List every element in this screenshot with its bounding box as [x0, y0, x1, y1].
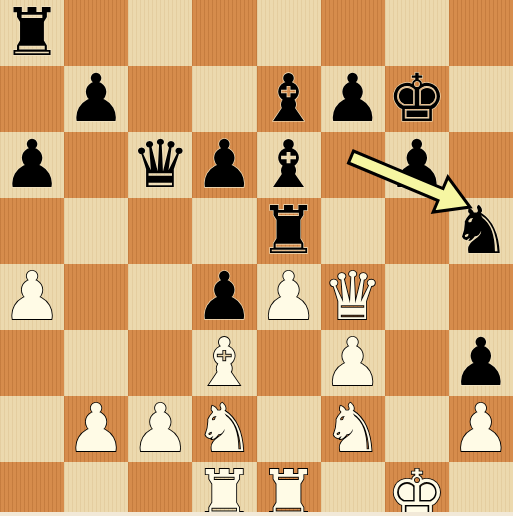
square-f1[interactable] — [321, 462, 385, 516]
square-a4[interactable]: ♟ — [0, 264, 64, 330]
square-d2[interactable]: ♞ — [192, 396, 256, 462]
square-g1[interactable]: ♚ — [385, 462, 449, 516]
square-c7[interactable] — [128, 66, 192, 132]
square-g8[interactable] — [385, 0, 449, 66]
square-e1[interactable]: ♜ — [257, 462, 321, 516]
black-king-g7: ♚ — [387, 66, 446, 132]
square-a8[interactable]: ♜ — [0, 0, 64, 66]
square-e2[interactable] — [257, 396, 321, 462]
square-g2[interactable] — [385, 396, 449, 462]
square-e8[interactable] — [257, 0, 321, 66]
square-b1[interactable] — [64, 462, 128, 516]
square-b3[interactable] — [64, 330, 128, 396]
square-a7[interactable] — [0, 66, 64, 132]
square-c4[interactable] — [128, 264, 192, 330]
square-a3[interactable] — [0, 330, 64, 396]
square-f4[interactable]: ♛ — [321, 264, 385, 330]
white-pawn-h2: ♟ — [451, 396, 510, 462]
square-f7[interactable]: ♟ — [321, 66, 385, 132]
square-g4[interactable] — [385, 264, 449, 330]
square-g5[interactable] — [385, 198, 449, 264]
square-b4[interactable] — [64, 264, 128, 330]
square-g7[interactable]: ♚ — [385, 66, 449, 132]
square-d6[interactable]: ♟ — [192, 132, 256, 198]
black-queen-c6: ♛ — [131, 132, 190, 198]
black-bishop-e7: ♝ — [259, 66, 318, 132]
black-pawn-d6: ♟ — [195, 132, 254, 198]
square-d4[interactable]: ♟ — [192, 264, 256, 330]
square-g6[interactable]: ♟ — [385, 132, 449, 198]
white-knight-d2: ♞ — [195, 396, 254, 462]
black-pawn-g6: ♟ — [387, 132, 446, 198]
white-rook-d1: ♜ — [195, 462, 254, 516]
square-b5[interactable] — [64, 198, 128, 264]
white-king-g1: ♚ — [387, 462, 446, 516]
white-pawn-f3: ♟ — [323, 330, 382, 396]
square-b8[interactable] — [64, 0, 128, 66]
square-g3[interactable] — [385, 330, 449, 396]
black-pawn-h3: ♟ — [451, 330, 510, 396]
square-h7[interactable] — [449, 66, 513, 132]
black-pawn-a6: ♟ — [2, 132, 61, 198]
square-c1[interactable] — [128, 462, 192, 516]
square-d5[interactable] — [192, 198, 256, 264]
square-c5[interactable] — [128, 198, 192, 264]
board-bottom-edge — [0, 512, 513, 516]
white-queen-f4: ♛ — [323, 264, 382, 330]
square-c3[interactable] — [128, 330, 192, 396]
white-pawn-e4: ♟ — [259, 264, 318, 330]
white-bishop-d3: ♝ — [195, 330, 254, 396]
square-e4[interactable]: ♟ — [257, 264, 321, 330]
square-h3[interactable]: ♟ — [449, 330, 513, 396]
square-a5[interactable] — [0, 198, 64, 264]
square-h1[interactable] — [449, 462, 513, 516]
square-f2[interactable]: ♞ — [321, 396, 385, 462]
square-e7[interactable]: ♝ — [257, 66, 321, 132]
square-d3[interactable]: ♝ — [192, 330, 256, 396]
black-knight-h5: ♞ — [451, 198, 510, 264]
square-e3[interactable] — [257, 330, 321, 396]
square-a6[interactable]: ♟ — [0, 132, 64, 198]
black-pawn-f7: ♟ — [323, 66, 382, 132]
square-d8[interactable] — [192, 0, 256, 66]
white-pawn-b2: ♟ — [67, 396, 126, 462]
square-c8[interactable] — [128, 0, 192, 66]
square-f5[interactable] — [321, 198, 385, 264]
square-b2[interactable]: ♟ — [64, 396, 128, 462]
square-a1[interactable] — [0, 462, 64, 516]
square-a2[interactable] — [0, 396, 64, 462]
square-b7[interactable]: ♟ — [64, 66, 128, 132]
square-h4[interactable] — [449, 264, 513, 330]
black-pawn-d4: ♟ — [195, 264, 254, 330]
white-rook-e1: ♜ — [259, 462, 318, 516]
square-d1[interactable]: ♜ — [192, 462, 256, 516]
square-f3[interactable]: ♟ — [321, 330, 385, 396]
square-e6[interactable]: ♝ — [257, 132, 321, 198]
black-rook-a8: ♜ — [2, 0, 61, 66]
square-b6[interactable] — [64, 132, 128, 198]
square-f6[interactable] — [321, 132, 385, 198]
square-h5[interactable]: ♞ — [449, 198, 513, 264]
square-h8[interactable] — [449, 0, 513, 66]
square-d7[interactable] — [192, 66, 256, 132]
square-h2[interactable]: ♟ — [449, 396, 513, 462]
square-c2[interactable]: ♟ — [128, 396, 192, 462]
black-bishop-e6: ♝ — [259, 132, 318, 198]
black-pawn-b7: ♟ — [67, 66, 126, 132]
white-pawn-c2: ♟ — [131, 396, 190, 462]
chess-board-wrapper: ♜♟♝♟♚♟♛♟♝♟♜♞♟♟♟♛♝♟♟♟♟♞♞♟♜♜♚ — [0, 0, 513, 516]
white-pawn-a4: ♟ — [2, 264, 61, 330]
square-c6[interactable]: ♛ — [128, 132, 192, 198]
square-f8[interactable] — [321, 0, 385, 66]
square-e5[interactable]: ♜ — [257, 198, 321, 264]
board: ♜♟♝♟♚♟♛♟♝♟♜♞♟♟♟♛♝♟♟♟♟♞♞♟♜♜♚ — [0, 0, 513, 512]
black-rook-e5: ♜ — [259, 198, 318, 264]
white-knight-f2: ♞ — [323, 396, 382, 462]
square-h6[interactable] — [449, 132, 513, 198]
